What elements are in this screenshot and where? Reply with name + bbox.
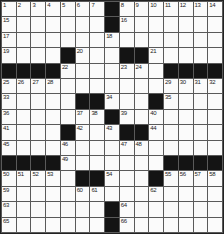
grid-cell[interactable] <box>90 125 104 139</box>
grid-cell[interactable] <box>61 202 75 216</box>
grid-cell[interactable] <box>135 218 149 232</box>
grid-cell[interactable]: 13 <box>194 2 208 16</box>
grid-cell[interactable] <box>46 48 60 62</box>
clue-number: 43 <box>106 125 112 132</box>
black-cell <box>208 64 222 78</box>
grid-cell[interactable] <box>179 94 193 108</box>
clue-number: 33 <box>3 94 9 101</box>
clue-number: 44 <box>150 125 156 132</box>
grid-cell[interactable]: 41 <box>2 125 16 139</box>
clue-number: 27 <box>32 79 38 86</box>
grid-cell[interactable]: 22 <box>61 64 75 78</box>
grid-cell[interactable]: 9 <box>135 2 149 16</box>
black-cell <box>31 64 45 78</box>
grid-cell[interactable] <box>194 218 208 232</box>
grid-cell[interactable] <box>179 202 193 216</box>
grid-cell[interactable] <box>90 156 104 170</box>
clue-number: 29 <box>165 79 171 86</box>
grid-cell[interactable] <box>31 218 45 232</box>
grid-cell[interactable]: 11 <box>164 2 178 16</box>
clue-number: 16 <box>121 17 127 24</box>
black-cell <box>76 171 90 185</box>
grid-cell[interactable] <box>61 17 75 31</box>
grid-cell[interactable] <box>179 110 193 124</box>
black-cell <box>2 64 16 78</box>
grid-cell[interactable] <box>179 33 193 47</box>
grid-cell[interactable] <box>164 110 178 124</box>
black-cell <box>164 64 178 78</box>
grid-cell[interactable]: 5 <box>61 2 75 16</box>
grid-cell[interactable]: 42 <box>76 125 90 139</box>
grid-cell[interactable]: 15 <box>2 17 16 31</box>
black-cell <box>17 64 31 78</box>
clue-number: 55 <box>165 171 171 178</box>
black-cell <box>194 156 208 170</box>
black-cell <box>61 48 75 62</box>
grid-cell[interactable] <box>135 79 149 93</box>
grid-cell[interactable] <box>90 141 104 155</box>
clue-number: 35 <box>165 94 171 101</box>
grid-cell[interactable]: 49 <box>61 156 75 170</box>
black-cell <box>105 218 119 232</box>
grid-cell[interactable] <box>135 110 149 124</box>
black-cell <box>31 156 45 170</box>
grid-cell[interactable] <box>17 94 31 108</box>
grid-cell[interactable]: 8 <box>120 2 134 16</box>
grid-cell[interactable] <box>90 202 104 216</box>
clue-number: 62 <box>150 187 156 194</box>
grid-cell[interactable] <box>105 48 119 62</box>
grid-cell[interactable] <box>179 17 193 31</box>
grid-cell[interactable] <box>61 218 75 232</box>
grid-cell[interactable] <box>61 171 75 185</box>
grid-cell[interactable] <box>120 94 134 108</box>
grid-cell[interactable] <box>194 33 208 47</box>
clue-number: 24 <box>136 64 142 71</box>
grid-cell[interactable]: 25 <box>2 79 16 93</box>
black-cell <box>120 48 134 62</box>
grid-cell[interactable] <box>76 33 90 47</box>
grid-cell[interactable] <box>179 48 193 62</box>
grid-cell[interactable] <box>17 33 31 47</box>
clue-number: 15 <box>3 17 9 24</box>
clue-number: 56 <box>180 171 186 178</box>
grid-cell[interactable]: 56 <box>179 171 193 185</box>
grid-cell[interactable]: 31 <box>194 79 208 93</box>
grid-cell[interactable] <box>208 33 222 47</box>
grid-cell[interactable]: 50 <box>2 171 16 185</box>
grid-cell[interactable] <box>208 141 222 155</box>
black-cell <box>90 171 104 185</box>
black-cell <box>135 48 149 62</box>
clue-number: 48 <box>136 141 142 148</box>
grid-cell[interactable] <box>149 64 163 78</box>
clue-number: 42 <box>77 125 83 132</box>
grid-cell[interactable]: 33 <box>2 94 16 108</box>
grid-cell[interactable]: 38 <box>90 110 104 124</box>
grid-cell[interactable] <box>208 94 222 108</box>
grid-cell[interactable] <box>61 110 75 124</box>
grid-cell[interactable]: 47 <box>120 141 134 155</box>
grid-cell[interactable] <box>105 141 119 155</box>
grid-cell[interactable] <box>120 33 134 47</box>
clue-number: 13 <box>195 2 201 9</box>
grid-cell[interactable]: 17 <box>2 33 16 47</box>
black-cell <box>61 125 75 139</box>
grid-cell[interactable] <box>149 156 163 170</box>
grid-cell[interactable] <box>17 125 31 139</box>
clue-number: 17 <box>3 33 9 40</box>
grid-cell[interactable] <box>194 187 208 201</box>
grid-cell[interactable] <box>90 64 104 78</box>
grid-cell[interactable] <box>76 64 90 78</box>
grid-cell[interactable] <box>31 110 45 124</box>
grid-cell[interactable]: 58 <box>208 171 222 185</box>
grid-cell[interactable]: 36 <box>2 110 16 124</box>
clue-number: 37 <box>77 110 83 117</box>
grid-cell[interactable] <box>46 110 60 124</box>
grid-cell[interactable]: 54 <box>105 171 119 185</box>
black-cell <box>164 156 178 170</box>
clue-number: 25 <box>3 79 9 86</box>
grid-cell[interactable] <box>46 94 60 108</box>
clue-number: 39 <box>121 110 127 117</box>
black-cell <box>46 64 60 78</box>
black-cell <box>194 64 208 78</box>
clue-number: 18 <box>106 33 112 40</box>
black-cell <box>208 156 222 170</box>
clue-number: 49 <box>62 156 68 163</box>
grid-cell[interactable] <box>164 141 178 155</box>
grid-cell[interactable] <box>76 156 90 170</box>
grid-cell[interactable] <box>61 187 75 201</box>
clue-number: 30 <box>180 79 186 86</box>
grid-cell[interactable] <box>17 202 31 216</box>
clue-number: 8 <box>121 2 124 9</box>
grid-cell[interactable]: 3 <box>31 2 45 16</box>
clue-number: 5 <box>62 2 65 9</box>
grid-cell[interactable] <box>120 171 134 185</box>
grid-cell[interactable] <box>17 48 31 62</box>
grid-cell[interactable] <box>149 17 163 31</box>
grid-cell[interactable]: 44 <box>149 125 163 139</box>
clue-number: 60 <box>77 187 83 194</box>
grid-cell[interactable]: 26 <box>17 79 31 93</box>
clue-number: 10 <box>150 2 156 9</box>
grid-cell[interactable] <box>76 218 90 232</box>
grid-cell[interactable] <box>105 64 119 78</box>
black-cell <box>105 2 119 16</box>
grid-cell[interactable] <box>61 79 75 93</box>
grid-cell[interactable] <box>46 141 60 155</box>
black-cell <box>46 156 60 170</box>
grid-cell[interactable] <box>31 17 45 31</box>
black-cell <box>149 94 163 108</box>
clue-number: 32 <box>209 79 215 86</box>
grid-cell[interactable]: 18 <box>105 33 119 47</box>
grid-cell[interactable]: 65 <box>2 218 16 232</box>
clue-number: 3 <box>32 2 35 9</box>
grid-cell[interactable] <box>90 33 104 47</box>
grid-cell[interactable] <box>31 141 45 155</box>
clue-number: 9 <box>136 2 139 9</box>
grid-cell[interactable] <box>149 202 163 216</box>
grid-cell[interactable]: 12 <box>179 2 193 16</box>
grid-cell[interactable] <box>17 17 31 31</box>
grid-cell[interactable]: 34 <box>105 94 119 108</box>
black-cell <box>179 64 193 78</box>
grid-cell[interactable] <box>208 48 222 62</box>
grid-cell[interactable]: 55 <box>164 171 178 185</box>
grid-cell[interactable] <box>46 187 60 201</box>
grid-cell[interactable] <box>46 202 60 216</box>
grid-cell[interactable] <box>31 125 45 139</box>
grid-cell[interactable]: 52 <box>31 171 45 185</box>
grid-cell[interactable] <box>164 125 178 139</box>
grid-cell[interactable]: 53 <box>46 171 60 185</box>
grid-cell[interactable]: 51 <box>17 171 31 185</box>
grid-cell[interactable]: 30 <box>179 79 193 93</box>
grid-cell[interactable]: 48 <box>135 141 149 155</box>
grid-cell[interactable]: 16 <box>120 17 134 31</box>
grid-cell[interactable] <box>76 202 90 216</box>
black-cell <box>76 94 90 108</box>
grid-cell[interactable]: 45 <box>2 141 16 155</box>
grid-cell[interactable]: 23 <box>120 64 134 78</box>
grid-cell[interactable] <box>76 17 90 31</box>
black-cell <box>17 156 31 170</box>
grid-cell[interactable] <box>179 187 193 201</box>
grid-cell[interactable] <box>17 218 31 232</box>
grid-cell[interactable]: 21 <box>149 48 163 62</box>
grid-cell[interactable] <box>90 218 104 232</box>
grid-cell[interactable] <box>164 202 178 216</box>
grid-cell[interactable]: 4 <box>46 2 60 16</box>
grid-cell[interactable]: 27 <box>31 79 45 93</box>
black-cell <box>135 125 149 139</box>
grid-cell[interactable] <box>135 17 149 31</box>
grid-cell[interactable] <box>164 218 178 232</box>
clue-number: 46 <box>62 141 68 148</box>
grid-cell[interactable]: 63 <box>2 202 16 216</box>
grid-cell[interactable]: 29 <box>164 79 178 93</box>
grid-cell[interactable] <box>135 187 149 201</box>
grid-cell[interactable] <box>135 33 149 47</box>
clue-number: 2 <box>18 2 21 9</box>
clue-number: 36 <box>3 110 9 117</box>
grid-cell[interactable]: 32 <box>208 79 222 93</box>
grid-cell[interactable]: 57 <box>194 171 208 185</box>
grid-cell[interactable] <box>135 171 149 185</box>
clue-number: 52 <box>32 171 38 178</box>
grid-cell[interactable]: 20 <box>76 48 90 62</box>
grid-cell[interactable]: 2 <box>17 2 31 16</box>
grid-cell[interactable]: 19 <box>2 48 16 62</box>
grid-cell[interactable] <box>17 141 31 155</box>
grid-cell[interactable] <box>31 202 45 216</box>
grid-cell[interactable] <box>164 33 178 47</box>
grid-cell[interactable]: 7 <box>90 2 104 16</box>
grid-cell[interactable]: 6 <box>76 2 90 16</box>
clue-number: 19 <box>3 48 9 55</box>
grid-cell[interactable] <box>90 48 104 62</box>
clue-number: 59 <box>3 187 9 194</box>
clue-number: 51 <box>18 171 24 178</box>
grid-cell[interactable] <box>105 187 119 201</box>
clue-number: 1 <box>3 2 6 9</box>
grid-cell[interactable] <box>194 125 208 139</box>
grid-cell[interactable] <box>179 218 193 232</box>
grid-cell[interactable] <box>149 218 163 232</box>
grid-cell[interactable] <box>194 202 208 216</box>
grid-cell[interactable] <box>46 33 60 47</box>
grid-cell[interactable] <box>164 48 178 62</box>
clue-number: 61 <box>91 187 97 194</box>
clue-number: 45 <box>3 141 9 148</box>
grid-cell[interactable]: 1 <box>2 2 16 16</box>
grid-cell[interactable]: 37 <box>76 110 90 124</box>
grid-cell[interactable] <box>120 79 134 93</box>
grid-cell[interactable] <box>17 110 31 124</box>
grid-cell[interactable] <box>208 110 222 124</box>
grid-cell[interactable] <box>149 33 163 47</box>
clue-number: 23 <box>121 64 127 71</box>
grid-cell[interactable] <box>208 202 222 216</box>
grid-cell[interactable] <box>208 218 222 232</box>
grid-cell[interactable] <box>135 202 149 216</box>
clue-number: 38 <box>91 110 97 117</box>
clue-number: 26 <box>18 79 24 86</box>
grid-cell[interactable] <box>31 33 45 47</box>
black-cell <box>179 156 193 170</box>
clue-number: 6 <box>77 2 80 9</box>
clue-number: 53 <box>47 171 53 178</box>
grid-cell[interactable]: 10 <box>149 2 163 16</box>
grid-cell[interactable]: 64 <box>120 202 134 216</box>
grid-cell[interactable] <box>164 17 178 31</box>
grid-cell[interactable] <box>194 141 208 155</box>
grid-cell[interactable]: 61 <box>90 187 104 201</box>
clue-number: 21 <box>150 48 156 55</box>
grid-cell[interactable] <box>90 79 104 93</box>
clue-number: 50 <box>3 171 9 178</box>
clue-number: 40 <box>150 110 156 117</box>
grid-cell[interactable] <box>46 125 60 139</box>
grid-cell[interactable] <box>120 156 134 170</box>
grid-cell[interactable] <box>179 141 193 155</box>
grid-cell[interactable] <box>46 218 60 232</box>
grid-cell[interactable] <box>76 141 90 155</box>
clue-number: 54 <box>106 171 112 178</box>
clue-number: 14 <box>209 2 215 9</box>
clue-number: 64 <box>121 202 127 209</box>
grid-cell[interactable]: 62 <box>149 187 163 201</box>
grid-cell[interactable] <box>208 125 222 139</box>
clue-number: 57 <box>195 171 201 178</box>
grid-cell[interactable] <box>76 79 90 93</box>
grid-cell[interactable] <box>17 187 31 201</box>
grid-cell[interactable]: 14 <box>208 2 222 16</box>
grid-cell[interactable] <box>90 17 104 31</box>
grid-cell[interactable]: 60 <box>76 187 90 201</box>
grid-cell[interactable] <box>194 110 208 124</box>
black-cell <box>105 17 119 31</box>
grid-cell[interactable] <box>194 17 208 31</box>
grid-cell[interactable] <box>135 94 149 108</box>
grid-cell[interactable] <box>135 156 149 170</box>
grid-cell[interactable] <box>194 48 208 62</box>
grid-cell[interactable] <box>149 141 163 155</box>
clue-number: 58 <box>209 171 215 178</box>
grid-cell[interactable]: 46 <box>61 141 75 155</box>
grid-cell[interactable] <box>105 79 119 93</box>
grid-cell[interactable]: 35 <box>164 94 178 108</box>
grid-cell[interactable] <box>31 94 45 108</box>
grid-cell[interactable] <box>208 187 222 201</box>
clue-number: 20 <box>77 48 83 55</box>
clue-number: 41 <box>3 125 9 132</box>
grid-cell[interactable] <box>208 17 222 31</box>
clue-number: 31 <box>195 79 201 86</box>
clue-number: 65 <box>3 218 9 225</box>
black-cell <box>105 202 119 216</box>
grid-cell[interactable]: 39 <box>120 110 134 124</box>
crossword-grid: 1234567891011121314151617181920212223242… <box>0 0 224 234</box>
clue-number: 63 <box>3 202 9 209</box>
black-cell <box>105 110 119 124</box>
clue-number: 7 <box>91 2 94 9</box>
grid-cell[interactable] <box>31 48 45 62</box>
grid-cell[interactable]: 28 <box>46 79 60 93</box>
grid-cell[interactable] <box>179 125 193 139</box>
clue-number: 12 <box>180 2 186 9</box>
grid-cell[interactable] <box>149 79 163 93</box>
black-cell <box>2 156 16 170</box>
clue-number: 11 <box>165 2 170 9</box>
grid-cell[interactable]: 43 <box>105 125 119 139</box>
clue-number: 47 <box>121 141 127 148</box>
grid-cell[interactable] <box>120 187 134 201</box>
grid-cell[interactable]: 66 <box>120 218 134 232</box>
grid-cell[interactable] <box>61 33 75 47</box>
clue-number: 4 <box>47 2 50 9</box>
black-cell <box>120 125 134 139</box>
black-cell <box>149 171 163 185</box>
grid-cell[interactable]: 40 <box>149 110 163 124</box>
grid-cell[interactable] <box>61 94 75 108</box>
grid-cell[interactable] <box>105 156 119 170</box>
grid-cell[interactable] <box>194 94 208 108</box>
grid-cell[interactable] <box>46 17 60 31</box>
clue-number: 28 <box>47 79 53 86</box>
clue-number: 22 <box>62 64 68 71</box>
grid-cell[interactable]: 59 <box>2 187 16 201</box>
grid-cell[interactable] <box>31 187 45 201</box>
clue-number: 66 <box>121 218 127 225</box>
black-cell <box>90 94 104 108</box>
clue-number: 34 <box>106 94 112 101</box>
grid-cell[interactable] <box>164 187 178 201</box>
grid-cell[interactable]: 24 <box>135 64 149 78</box>
